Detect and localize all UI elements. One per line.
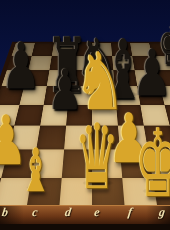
black-pawn-g5[interactable]: ♟ <box>132 41 170 105</box>
white-queen-e1[interactable]: ♛ <box>75 112 119 202</box>
chess-app-scene: b c d e f g ♚♟♜♞♝♟♟♞♟♟♝♛♚ <box>0 0 170 230</box>
board-front-rim-shadow <box>0 224 170 230</box>
white-king-g1[interactable]: ♚ <box>135 117 170 211</box>
black-pawn-b5[interactable]: ♟ <box>1 34 41 98</box>
white-bishop-c1[interactable]: ♝ <box>19 140 51 200</box>
